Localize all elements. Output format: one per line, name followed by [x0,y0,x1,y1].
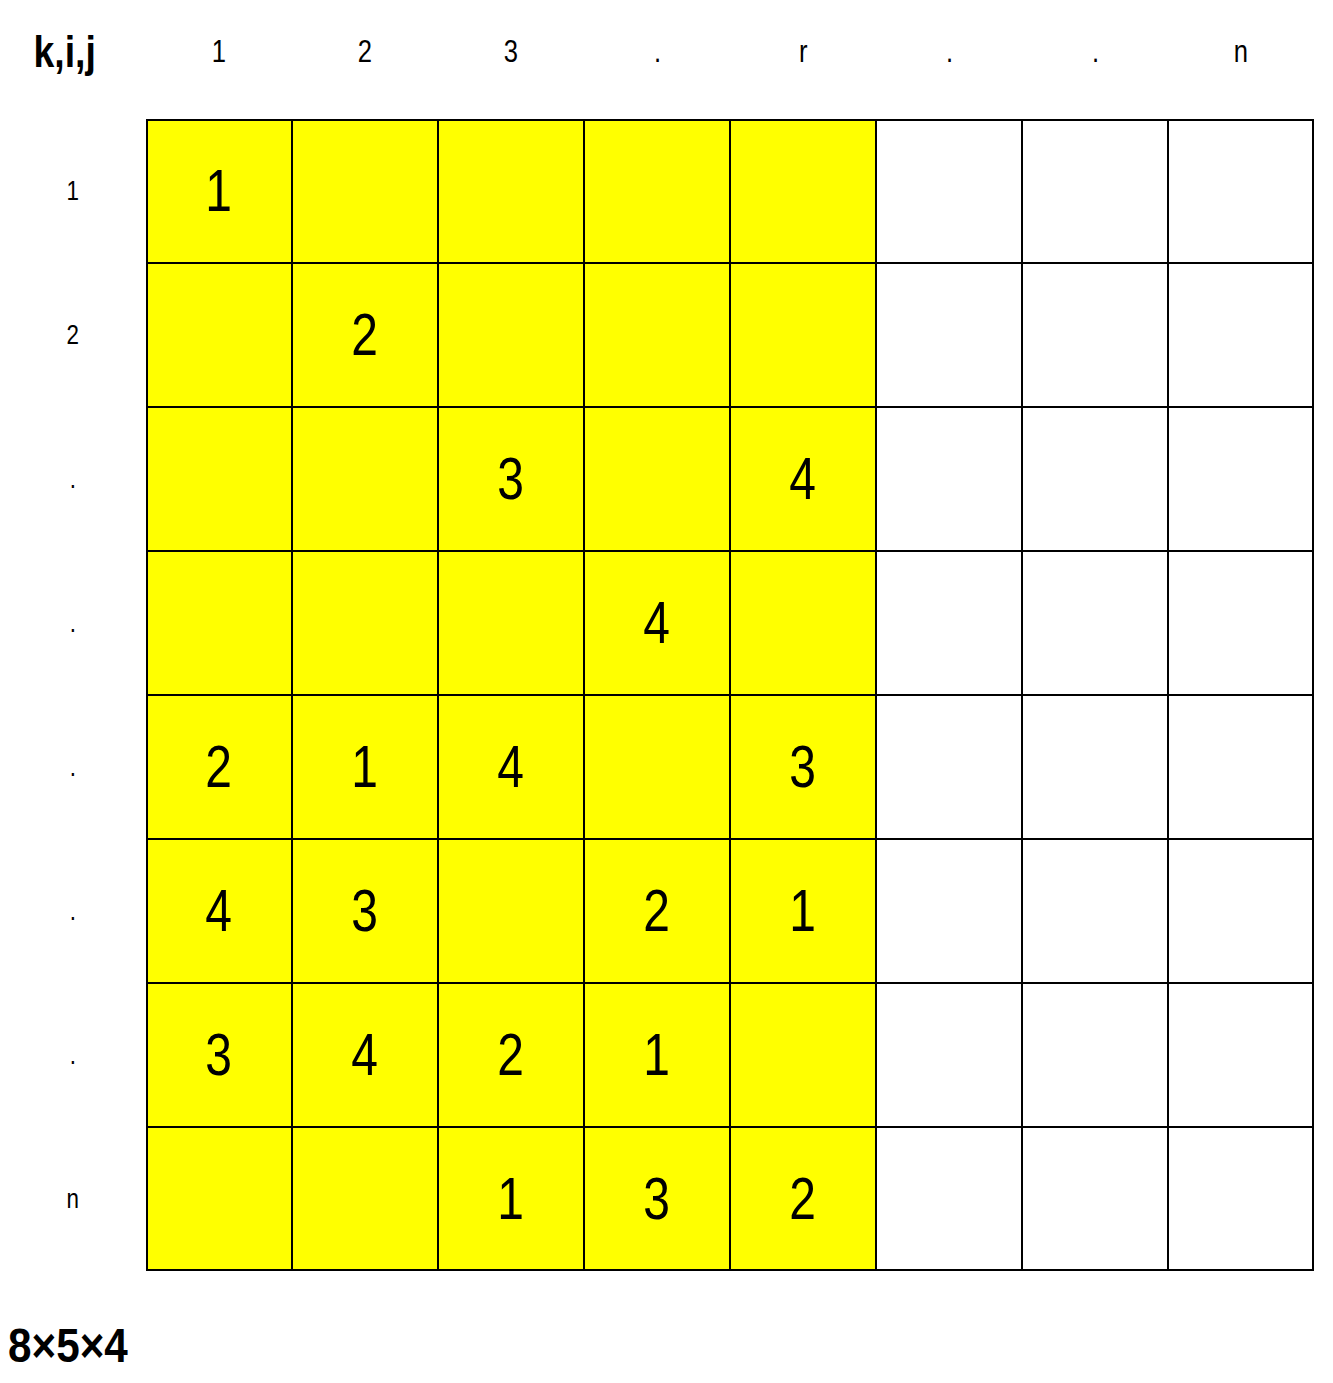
cell-value: 3 [790,737,817,797]
board-cell-r6-c7 [1022,839,1168,983]
board-cell-r5-c4 [584,695,730,839]
row-label-7: . [0,983,146,1127]
board-cell-r7-c4: 1 [584,983,730,1127]
cell-value: 3 [644,1169,671,1229]
row-label-2: 2 [0,263,146,407]
board-cell-r7-c1: 3 [146,983,292,1127]
board-cell-r1-c5 [730,119,876,263]
board-cell-r5-c2: 1 [292,695,438,839]
cell-value: 4 [498,737,525,797]
cell-value: 4 [790,449,817,509]
cell-value: 1 [644,1025,671,1085]
cell-value: 4 [352,1025,379,1085]
cell-value: 1 [206,161,233,221]
board-cell-r1-c6 [876,119,1022,263]
board-cell-r8-c8 [1168,1127,1314,1271]
board-cell-r7-c3: 2 [438,983,584,1127]
board-cell-r8-c4: 3 [584,1127,730,1271]
cell-value: 3 [498,449,525,509]
cell-value: 1 [352,737,379,797]
col-header-7: . [1022,0,1168,119]
board-cell-r2-c1 [146,263,292,407]
board-cell-r4-c3 [438,551,584,695]
cell-value: 3 [352,881,379,941]
board-cell-r4-c2 [292,551,438,695]
corner-label: k,i,j [0,0,146,119]
board-cell-r2-c4 [584,263,730,407]
board-cell-r1-c1: 1 [146,119,292,263]
board-cell-r1-c7 [1022,119,1168,263]
cell-value: 2 [790,1169,817,1229]
board-cell-r6-c1: 4 [146,839,292,983]
board-cell-r4-c4: 4 [584,551,730,695]
board-cell-r3-c1 [146,407,292,551]
board-cell-r1-c2 [292,119,438,263]
board-cell-r7-c2: 4 [292,983,438,1127]
col-header-4: . [584,0,730,119]
board-cell-r6-c5: 1 [730,839,876,983]
board-cell-r2-c2: 2 [292,263,438,407]
board-cell-r5-c7 [1022,695,1168,839]
board-cell-r2-c3 [438,263,584,407]
board-cell-r8-c7 [1022,1127,1168,1271]
board-cell-r7-c5 [730,983,876,1127]
col-header-6: . [876,0,1022,119]
board-cell-r3-c2 [292,407,438,551]
board-cell-r1-c8 [1168,119,1314,263]
cell-value: 3 [206,1025,233,1085]
board-cell-r4-c8 [1168,551,1314,695]
row-label-6: . [0,839,146,983]
board-cell-r2-c5 [730,263,876,407]
board-cell-r6-c3 [438,839,584,983]
board-cell-r8-c1 [146,1127,292,1271]
caption-text: 8×5×4 [8,1318,128,1373]
board-cell-r4-c1 [146,551,292,695]
board-cell-r6-c8 [1168,839,1314,983]
corner-label-text: k,i,j [34,27,96,77]
caption: 8×5×4 [8,1318,144,1373]
diagram-sheet: k,i,j 1 2 3 . r . . n 1 2 . . . . . n 12… [0,0,1333,1383]
board-cell-r2-c8 [1168,263,1314,407]
board-cell-r7-c7 [1022,983,1168,1127]
cell-value: 1 [498,1169,525,1229]
board-cell-r4-c6 [876,551,1022,695]
board-cell-r8-c5: 2 [730,1127,876,1271]
board-cell-r3-c7 [1022,407,1168,551]
board-cell-r8-c2 [292,1127,438,1271]
board-cell-r6-c2: 3 [292,839,438,983]
cell-value: 4 [206,881,233,941]
board-cell-r4-c7 [1022,551,1168,695]
board-cell-r3-c3: 3 [438,407,584,551]
board-cell-r3-c6 [876,407,1022,551]
cell-value: 2 [206,737,233,797]
board-cell-r5-c1: 2 [146,695,292,839]
board-cell-r6-c4: 2 [584,839,730,983]
board-cell-r5-c5: 3 [730,695,876,839]
cell-value: 1 [790,881,817,941]
cell-value: 4 [644,593,671,653]
board-cell-r2-c6 [876,263,1022,407]
row-label-5: . [0,695,146,839]
col-header-3: 3 [438,0,584,119]
col-header-1: 1 [146,0,292,119]
col-header-5: r [730,0,876,119]
board-cell-r5-c3: 4 [438,695,584,839]
board-cell-r7-c8 [1168,983,1314,1127]
cell-value: 2 [498,1025,525,1085]
col-header-8: n [1168,0,1314,119]
board-cell-r3-c8 [1168,407,1314,551]
cell-value: 2 [644,881,671,941]
cell-value: 2 [352,305,379,365]
board-cell-r4-c5 [730,551,876,695]
board-cell-r5-c8 [1168,695,1314,839]
board-cell-r1-c3 [438,119,584,263]
board-cell-r8-c3: 1 [438,1127,584,1271]
board-cell-r1-c4 [584,119,730,263]
row-label-4: . [0,551,146,695]
col-header-2: 2 [292,0,438,119]
row-label-1: 1 [0,119,146,263]
row-label-8: n [0,1127,146,1271]
board-cell-r2-c7 [1022,263,1168,407]
board-cell-r3-c4 [584,407,730,551]
board-cell-r7-c6 [876,983,1022,1127]
board-cell-r3-c5: 4 [730,407,876,551]
board-cell-r8-c6 [876,1127,1022,1271]
row-label-3: . [0,407,146,551]
latin-rectangle-grid: k,i,j 1 2 3 . r . . n 1 2 . . . . . n 12… [0,0,1314,1271]
board-cell-r5-c6 [876,695,1022,839]
board-cell-r6-c6 [876,839,1022,983]
